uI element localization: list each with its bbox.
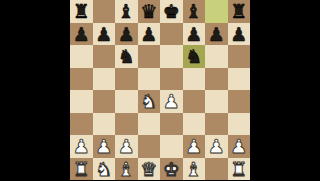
square-c8[interactable]: ♝ bbox=[115, 0, 138, 23]
black-pawn[interactable]: ♟ bbox=[138, 23, 161, 46]
square-c4[interactable] bbox=[115, 90, 138, 113]
black-bishop[interactable]: ♝ bbox=[183, 0, 206, 23]
square-c5[interactable] bbox=[115, 68, 138, 91]
black-pawn[interactable]: ♟ bbox=[70, 23, 93, 46]
square-h4[interactable] bbox=[228, 90, 251, 113]
white-knight[interactable]: ♞ bbox=[93, 158, 116, 181]
square-h5[interactable] bbox=[228, 68, 251, 91]
square-f1[interactable]: ♝ bbox=[183, 158, 206, 181]
square-a8[interactable]: ♜ bbox=[70, 0, 93, 23]
white-queen[interactable]: ♛ bbox=[138, 158, 161, 181]
square-g3[interactable] bbox=[205, 113, 228, 136]
white-pawn[interactable]: ♟ bbox=[205, 135, 228, 158]
square-d4[interactable]: ♞ bbox=[138, 90, 161, 113]
white-rook[interactable]: ♜ bbox=[228, 158, 251, 181]
square-h2[interactable]: ♟ bbox=[228, 135, 251, 158]
black-knight[interactable]: ♞ bbox=[115, 45, 138, 68]
square-a3[interactable] bbox=[70, 113, 93, 136]
square-c6[interactable]: ♞ bbox=[115, 45, 138, 68]
square-f8[interactable]: ♝ bbox=[183, 0, 206, 23]
letterbox-bar-right bbox=[250, 0, 320, 180]
square-b8[interactable] bbox=[93, 0, 116, 23]
square-g6[interactable] bbox=[205, 45, 228, 68]
white-bishop[interactable]: ♝ bbox=[115, 158, 138, 181]
white-pawn[interactable]: ♟ bbox=[70, 135, 93, 158]
square-a1[interactable]: ♜ bbox=[70, 158, 93, 181]
white-pawn[interactable]: ♟ bbox=[115, 135, 138, 158]
black-rook[interactable]: ♜ bbox=[228, 0, 251, 23]
square-b6[interactable] bbox=[93, 45, 116, 68]
square-e3[interactable] bbox=[160, 113, 183, 136]
square-a4[interactable] bbox=[70, 90, 93, 113]
square-d6[interactable] bbox=[138, 45, 161, 68]
square-g4[interactable] bbox=[205, 90, 228, 113]
video-frame: ♜♝♛♚♝♜♟♟♟♟♟♟♟♞♞♞♟♟♟♟♟♟♟♜♞♝♛♚♝♜ bbox=[0, 0, 320, 180]
square-b5[interactable] bbox=[93, 68, 116, 91]
square-e2[interactable] bbox=[160, 135, 183, 158]
black-pawn[interactable]: ♟ bbox=[205, 23, 228, 46]
square-b7[interactable]: ♟ bbox=[93, 23, 116, 46]
square-f2[interactable]: ♟ bbox=[183, 135, 206, 158]
square-e7[interactable] bbox=[160, 23, 183, 46]
square-c1[interactable]: ♝ bbox=[115, 158, 138, 181]
square-d2[interactable] bbox=[138, 135, 161, 158]
square-e1[interactable]: ♚ bbox=[160, 158, 183, 181]
square-f6[interactable]: ♞ bbox=[183, 45, 206, 68]
square-a7[interactable]: ♟ bbox=[70, 23, 93, 46]
white-king[interactable]: ♚ bbox=[160, 158, 183, 181]
square-e6[interactable] bbox=[160, 45, 183, 68]
white-bishop[interactable]: ♝ bbox=[183, 158, 206, 181]
square-f4[interactable] bbox=[183, 90, 206, 113]
square-f5[interactable] bbox=[183, 68, 206, 91]
square-b1[interactable]: ♞ bbox=[93, 158, 116, 181]
square-f3[interactable] bbox=[183, 113, 206, 136]
square-f7[interactable]: ♟ bbox=[183, 23, 206, 46]
square-a6[interactable] bbox=[70, 45, 93, 68]
black-king[interactable]: ♚ bbox=[160, 0, 183, 23]
square-g2[interactable]: ♟ bbox=[205, 135, 228, 158]
white-pawn[interactable]: ♟ bbox=[183, 135, 206, 158]
square-c3[interactable] bbox=[115, 113, 138, 136]
chess-board[interactable]: ♜♝♛♚♝♜♟♟♟♟♟♟♟♞♞♞♟♟♟♟♟♟♟♜♞♝♛♚♝♜ bbox=[70, 0, 250, 180]
square-h6[interactable] bbox=[228, 45, 251, 68]
white-pawn[interactable]: ♟ bbox=[93, 135, 116, 158]
square-e4[interactable]: ♟ bbox=[160, 90, 183, 113]
white-knight[interactable]: ♞ bbox=[138, 90, 161, 113]
square-h8[interactable]: ♜ bbox=[228, 0, 251, 23]
black-pawn[interactable]: ♟ bbox=[93, 23, 116, 46]
square-g5[interactable] bbox=[205, 68, 228, 91]
square-h3[interactable] bbox=[228, 113, 251, 136]
black-bishop[interactable]: ♝ bbox=[115, 0, 138, 23]
square-g1[interactable] bbox=[205, 158, 228, 181]
square-d1[interactable]: ♛ bbox=[138, 158, 161, 181]
square-e8[interactable]: ♚ bbox=[160, 0, 183, 23]
black-pawn[interactable]: ♟ bbox=[115, 23, 138, 46]
square-g8[interactable] bbox=[205, 0, 228, 23]
white-rook[interactable]: ♜ bbox=[70, 158, 93, 181]
square-b2[interactable]: ♟ bbox=[93, 135, 116, 158]
square-a2[interactable]: ♟ bbox=[70, 135, 93, 158]
square-b4[interactable] bbox=[93, 90, 116, 113]
square-d8[interactable]: ♛ bbox=[138, 0, 161, 23]
square-d7[interactable]: ♟ bbox=[138, 23, 161, 46]
black-rook[interactable]: ♜ bbox=[70, 0, 93, 23]
letterbox-bar-left bbox=[0, 0, 70, 180]
black-knight[interactable]: ♞ bbox=[183, 45, 206, 68]
square-a5[interactable] bbox=[70, 68, 93, 91]
white-pawn[interactable]: ♟ bbox=[228, 135, 251, 158]
black-queen[interactable]: ♛ bbox=[138, 0, 161, 23]
square-d5[interactable] bbox=[138, 68, 161, 91]
square-e5[interactable] bbox=[160, 68, 183, 91]
square-c7[interactable]: ♟ bbox=[115, 23, 138, 46]
black-pawn[interactable]: ♟ bbox=[183, 23, 206, 46]
square-b3[interactable] bbox=[93, 113, 116, 136]
square-g7[interactable]: ♟ bbox=[205, 23, 228, 46]
square-c2[interactable]: ♟ bbox=[115, 135, 138, 158]
square-d3[interactable] bbox=[138, 113, 161, 136]
white-pawn[interactable]: ♟ bbox=[160, 90, 183, 113]
square-h7[interactable]: ♟ bbox=[228, 23, 251, 46]
black-pawn[interactable]: ♟ bbox=[228, 23, 251, 46]
square-h1[interactable]: ♜ bbox=[228, 158, 251, 181]
